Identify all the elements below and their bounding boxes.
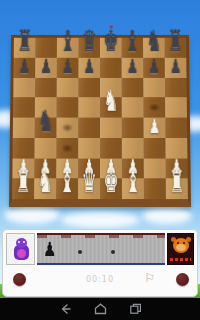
black-rook-h8[interactable]: ♜ [164, 27, 186, 56]
black-pawn-g7[interactable]: ♟ [143, 56, 165, 75]
chess-board[interactable]: ♜♝♛♚♝♞♜♟♟♟♟♟♟♟♞♞♟♟♟♟♟♟♟♟♜♞♝♛♚♝♜ [9, 35, 191, 207]
square-f4[interactable] [122, 118, 144, 138]
controls-row: 00:10 ⚐ [9, 270, 191, 290]
white-king-e1[interactable]: ♚ [100, 167, 122, 197]
square-e1[interactable]: ♚ [100, 179, 122, 200]
square-f1[interactable]: ♝ [122, 179, 144, 200]
square-e7[interactable] [100, 58, 122, 78]
square-b6[interactable] [35, 77, 57, 97]
right-round-button[interactable] [176, 273, 189, 286]
white-queen-d1[interactable]: ♛ [78, 167, 100, 197]
recents-icon[interactable] [129, 303, 142, 315]
black-bishop-c8[interactable]: ♝ [57, 27, 79, 56]
tray-dot [78, 250, 82, 254]
square-g2[interactable] [144, 158, 166, 178]
square-a7[interactable]: ♟ [13, 58, 35, 78]
cloud [4, 206, 60, 224]
tray-dot [111, 250, 115, 254]
square-g3[interactable] [144, 138, 166, 158]
black-pawn-d7[interactable]: ♟ [78, 56, 100, 75]
square-b7[interactable]: ♟ [35, 58, 57, 78]
square-d6[interactable] [78, 77, 100, 97]
cloud [142, 208, 192, 224]
square-b4[interactable]: ♞ [35, 118, 57, 138]
black-rook-a8[interactable]: ♜ [14, 27, 36, 56]
game-timer: 00:10 [9, 275, 191, 284]
square-e8[interactable]: ♚ [100, 38, 122, 58]
black-pawn-f7[interactable]: ♟ [122, 56, 144, 75]
black-pawn-c7[interactable]: ♟ [57, 56, 79, 75]
square-c5[interactable] [57, 97, 79, 117]
square-h7[interactable]: ♟ [165, 58, 187, 78]
white-rook-a1[interactable]: ♜ [12, 167, 34, 197]
square-g1[interactable] [144, 179, 166, 200]
square-d1[interactable]: ♛ [78, 179, 100, 200]
square-b1[interactable]: ♞ [34, 179, 56, 200]
square-a6[interactable] [13, 77, 35, 97]
square-g4[interactable]: ♟ [143, 118, 165, 138]
square-g7[interactable]: ♟ [143, 58, 165, 78]
square-d4[interactable] [78, 118, 100, 138]
avatar-caption-pixels [170, 258, 191, 261]
back-icon[interactable] [59, 303, 72, 315]
cloud [60, 212, 140, 228]
captured-pieces-tray: ♟ [37, 233, 165, 265]
square-a1[interactable]: ♜ [12, 179, 34, 200]
square-c7[interactable]: ♟ [57, 58, 79, 78]
white-pawn-g4[interactable]: ♟ [143, 116, 165, 136]
white-knight-e5[interactable]: ♞ [100, 86, 122, 116]
captured-black-pawn: ♟ [43, 241, 56, 261]
square-c1[interactable]: ♝ [56, 179, 78, 200]
square-c6[interactable] [57, 77, 79, 97]
square-d7[interactable]: ♟ [78, 58, 100, 78]
white-knight-b1[interactable]: ♞ [34, 167, 56, 197]
square-f6[interactable] [122, 77, 144, 97]
square-d5[interactable] [78, 97, 100, 117]
square-h5[interactable] [165, 97, 187, 117]
home-icon[interactable] [94, 303, 107, 315]
bottom-panel: ♟ 00:10 ⚐ [2, 229, 198, 297]
black-knight-b4[interactable]: ♞ [35, 106, 57, 136]
white-bishop-c1[interactable]: ♝ [56, 167, 78, 197]
black-queen-d8[interactable]: ♛ [78, 27, 100, 56]
black-pawn-a7[interactable]: ♟ [14, 56, 36, 75]
square-h6[interactable] [165, 77, 187, 97]
square-c4[interactable] [56, 118, 78, 138]
square-e4[interactable] [100, 118, 122, 138]
square-f5[interactable] [122, 97, 144, 117]
black-knight-g8[interactable]: ♞ [143, 27, 165, 56]
resign-flag-icon[interactable]: ⚐ [144, 272, 155, 284]
square-e5[interactable]: ♞ [100, 97, 122, 117]
square-h4[interactable] [165, 118, 187, 138]
player-right-avatar [167, 233, 194, 265]
android-navbar [0, 298, 200, 320]
chess-app-screen: ♜♝♛♚♝♞♜♟♟♟♟♟♟♟♞♞♟♟♟♟♟♟♟♟♜♞♝♛♚♝♜ ♟ [0, 0, 200, 320]
player-bar: ♟ [6, 233, 194, 265]
square-g6[interactable] [143, 77, 165, 97]
black-bishop-f8[interactable]: ♝ [121, 27, 143, 56]
square-a4[interactable] [13, 118, 35, 138]
black-pawn-h7[interactable]: ♟ [165, 56, 187, 75]
square-h1[interactable]: ♜ [166, 179, 188, 200]
white-rook-h1[interactable]: ♜ [166, 167, 188, 197]
black-king-e8[interactable]: ♚ [100, 27, 122, 56]
player-left-avatar [6, 233, 35, 265]
white-bishop-f1[interactable]: ♝ [122, 167, 144, 197]
king-cross-tip [109, 25, 112, 28]
black-pawn-b7[interactable]: ♟ [35, 56, 57, 75]
square-f7[interactable]: ♟ [122, 58, 144, 78]
square-a5[interactable] [13, 97, 35, 117]
